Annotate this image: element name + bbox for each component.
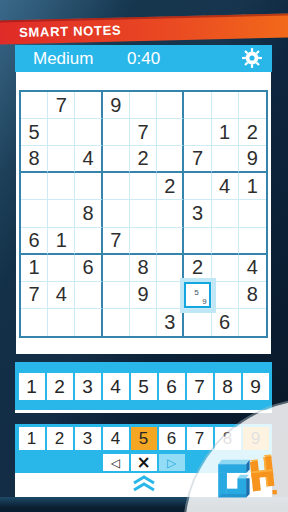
cell-value: 8 bbox=[247, 283, 258, 306]
sudoku-cell-r1c4[interactable]: 9 bbox=[103, 92, 130, 119]
cell-value: 7 bbox=[192, 147, 203, 170]
sudoku-cell-r6c9[interactable] bbox=[239, 228, 266, 255]
sudoku-cell-r9c1[interactable] bbox=[21, 309, 48, 336]
sudoku-cell-r4c1[interactable] bbox=[21, 173, 48, 200]
board-panel: 79571284279241836171682474959836 bbox=[16, 72, 271, 354]
timer-display: 0:40 bbox=[127, 49, 160, 69]
ch-logo-icon bbox=[214, 452, 280, 504]
cell-value: 8 bbox=[82, 202, 93, 225]
sudoku-cell-r2c5[interactable]: 7 bbox=[130, 119, 157, 146]
sudoku-cell-r1c6[interactable] bbox=[157, 92, 184, 119]
sudoku-cell-r5c2[interactable] bbox=[48, 200, 75, 227]
undo-button[interactable]: ◁ bbox=[103, 454, 129, 471]
sudoku-cell-r6c7[interactable] bbox=[184, 228, 211, 255]
cell-value: 8 bbox=[137, 256, 148, 279]
numpad-key-2[interactable]: 2 bbox=[47, 427, 73, 450]
sudoku-cell-r4c2[interactable] bbox=[48, 173, 75, 200]
sudoku-cell-r6c1[interactable]: 6 bbox=[21, 228, 48, 255]
cell-value: 7 bbox=[137, 121, 148, 144]
numpad-key-9[interactable]: 9 bbox=[243, 373, 269, 400]
cell-value: 4 bbox=[56, 283, 67, 306]
difficulty-label: Medium bbox=[33, 49, 93, 69]
sudoku-cell-r7c7[interactable]: 2 bbox=[184, 255, 211, 282]
sudoku-cell-r1c1[interactable] bbox=[21, 92, 48, 119]
sudoku-cell-r7c8[interactable] bbox=[212, 255, 239, 282]
sudoku-cell-r3c2[interactable] bbox=[48, 146, 75, 173]
numpad-key-6[interactable]: 6 bbox=[159, 373, 185, 400]
sudoku-cell-r2c3[interactable] bbox=[75, 119, 102, 146]
pencil-note: 5 bbox=[194, 288, 198, 297]
sudoku-cell-r9c4[interactable] bbox=[103, 309, 130, 336]
sudoku-cell-r3c6[interactable] bbox=[157, 146, 184, 173]
sudoku-cell-r4c9[interactable]: 1 bbox=[239, 173, 266, 200]
sudoku-cell-r3c7[interactable]: 7 bbox=[184, 146, 211, 173]
sudoku-cell-r7c2[interactable] bbox=[48, 255, 75, 282]
sudoku-cell-r9c8[interactable]: 6 bbox=[212, 309, 239, 336]
numpad-key-4[interactable]: 4 bbox=[103, 373, 129, 400]
sudoku-cell-r7c4[interactable] bbox=[103, 255, 130, 282]
expand-chevrons-icon[interactable] bbox=[129, 474, 159, 496]
numpad-key-3[interactable]: 3 bbox=[75, 373, 101, 400]
sudoku-cell-r1c9[interactable] bbox=[239, 92, 266, 119]
cell-value: 8 bbox=[29, 147, 40, 170]
cell-value: 5 bbox=[29, 121, 40, 144]
numpad-key-3[interactable]: 3 bbox=[75, 427, 101, 450]
sudoku-cell-r3c3[interactable]: 4 bbox=[75, 146, 102, 173]
sudoku-cell-r1c7[interactable] bbox=[184, 92, 211, 119]
sudoku-cell-r8c8[interactable] bbox=[212, 282, 239, 309]
sudoku-cell-r8c5[interactable]: 9 bbox=[130, 282, 157, 309]
cell-value: 4 bbox=[219, 175, 230, 198]
app-banner: SMART NOTES bbox=[0, 13, 288, 44]
numpad-key-7[interactable]: 7 bbox=[187, 373, 213, 400]
sudoku-cell-r9c9[interactable] bbox=[239, 309, 266, 336]
cell-value: 6 bbox=[219, 311, 230, 334]
sudoku-cell-r6c8[interactable] bbox=[212, 228, 239, 255]
sudoku-cell-r6c3[interactable] bbox=[75, 228, 102, 255]
sudoku-cell-r5c3[interactable]: 8 bbox=[75, 200, 102, 227]
sudoku-cell-r2c8[interactable]: 1 bbox=[212, 119, 239, 146]
settings-gear-icon[interactable] bbox=[241, 47, 263, 69]
sudoku-cell-r4c8[interactable]: 4 bbox=[212, 173, 239, 200]
sudoku-cell-r5c7[interactable]: 3 bbox=[184, 200, 211, 227]
sudoku-cell-r9c5[interactable] bbox=[130, 309, 157, 336]
sudoku-cell-r2c1[interactable]: 5 bbox=[21, 119, 48, 146]
sudoku-cell-r1c3[interactable] bbox=[75, 92, 102, 119]
app-banner-label: SMART NOTES bbox=[0, 22, 122, 40]
app-screen: SMART NOTES Medium 0:40 795712842 bbox=[0, 0, 288, 512]
cell-value: 1 bbox=[247, 175, 258, 198]
sudoku-grid: 79571284279241836171682474959836 bbox=[19, 90, 268, 338]
sudoku-cell-r5c8[interactable] bbox=[212, 200, 239, 227]
sudoku-cell-r5c1[interactable] bbox=[21, 200, 48, 227]
redo-button[interactable]: ▷ bbox=[159, 454, 185, 471]
sudoku-cell-r5c5[interactable] bbox=[130, 200, 157, 227]
numpad-key-1[interactable]: 1 bbox=[19, 373, 45, 400]
sudoku-cell-r3c4[interactable] bbox=[103, 146, 130, 173]
numpad-key-5[interactable]: 5 bbox=[131, 427, 157, 450]
sudoku-cell-r7c9[interactable]: 4 bbox=[239, 255, 266, 282]
sudoku-cell-r3c5[interactable]: 2 bbox=[130, 146, 157, 173]
sudoku-cell-r8c4[interactable] bbox=[103, 282, 130, 309]
cell-value: 2 bbox=[164, 175, 175, 198]
numpad-key-4[interactable]: 4 bbox=[103, 427, 129, 450]
sudoku-cell-r4c7[interactable] bbox=[184, 173, 211, 200]
sudoku-cell-r8c2[interactable]: 4 bbox=[48, 282, 75, 309]
numpad-key-6[interactable]: 6 bbox=[159, 427, 185, 450]
sudoku-cell-r7c5[interactable]: 8 bbox=[130, 255, 157, 282]
sudoku-cell-r2c2[interactable] bbox=[48, 119, 75, 146]
sudoku-cell-r6c2[interactable]: 1 bbox=[48, 228, 75, 255]
sudoku-cell-r8c7[interactable]: 59 bbox=[184, 282, 211, 309]
sudoku-cell-r3c1[interactable]: 8 bbox=[21, 146, 48, 173]
cell-value: 7 bbox=[29, 283, 40, 306]
cell-value: 9 bbox=[110, 94, 121, 117]
sudoku-cell-r9c6[interactable]: 3 bbox=[157, 309, 184, 336]
sudoku-cell-r2c7[interactable] bbox=[184, 119, 211, 146]
sudoku-cell-r8c6[interactable] bbox=[157, 282, 184, 309]
sudoku-cell-r5c4[interactable] bbox=[103, 200, 130, 227]
sudoku-cell-r5c6[interactable] bbox=[157, 200, 184, 227]
sudoku-cell-r7c3[interactable]: 6 bbox=[75, 255, 102, 282]
sudoku-cell-r2c6[interactable] bbox=[157, 119, 184, 146]
sudoku-cell-r8c3[interactable] bbox=[75, 282, 102, 309]
cell-value: 2 bbox=[192, 256, 203, 279]
numpad-key-2[interactable]: 2 bbox=[47, 373, 73, 400]
cell-value: 2 bbox=[247, 121, 258, 144]
numpad-key-5[interactable]: 5 bbox=[131, 373, 157, 400]
sudoku-cell-r9c3[interactable] bbox=[75, 309, 102, 336]
sudoku-cell-r9c2[interactable] bbox=[48, 309, 75, 336]
sudoku-cell-r4c6[interactable]: 2 bbox=[157, 173, 184, 200]
cell-value: 4 bbox=[82, 147, 93, 170]
sudoku-cell-r3c9[interactable]: 9 bbox=[239, 146, 266, 173]
sudoku-cell-r4c5[interactable] bbox=[130, 173, 157, 200]
sudoku-cell-r6c6[interactable] bbox=[157, 228, 184, 255]
sudoku-cell-r4c3[interactable] bbox=[75, 173, 102, 200]
cell-value: 4 bbox=[247, 256, 258, 279]
sudoku-cell-r7c6[interactable] bbox=[157, 255, 184, 282]
cell-value: 1 bbox=[56, 229, 67, 252]
numpad-top-row: 123456789 bbox=[15, 373, 272, 400]
sudoku-cell-r1c2[interactable]: 7 bbox=[48, 92, 75, 119]
cell-value: 6 bbox=[29, 229, 40, 252]
cell-value: 7 bbox=[56, 94, 67, 117]
sudoku-cell-r6c5[interactable] bbox=[130, 228, 157, 255]
cell-value: 1 bbox=[29, 256, 40, 279]
sudoku-cell-r5c9[interactable] bbox=[239, 200, 266, 227]
sudoku-cell-r1c8[interactable] bbox=[212, 92, 239, 119]
sudoku-cell-r7c1[interactable]: 1 bbox=[21, 255, 48, 282]
numpad-key-8[interactable]: 8 bbox=[215, 373, 241, 400]
sudoku-cell-r2c4[interactable] bbox=[103, 119, 130, 146]
cell-value: 9 bbox=[137, 283, 148, 306]
sudoku-cell-r3c8[interactable] bbox=[212, 146, 239, 173]
cell-value: 1 bbox=[219, 121, 230, 144]
sudoku-cell-r4c4[interactable] bbox=[103, 173, 130, 200]
cell-value: 7 bbox=[110, 229, 121, 252]
cell-value: 6 bbox=[82, 256, 93, 279]
sudoku-cell-r8c9[interactable]: 8 bbox=[239, 282, 266, 309]
sudoku-cell-r6c4[interactable]: 7 bbox=[103, 228, 130, 255]
erase-button[interactable]: × bbox=[131, 454, 157, 471]
sudoku-cell-r2c9[interactable]: 2 bbox=[239, 119, 266, 146]
header-bar: Medium 0:40 bbox=[15, 45, 272, 72]
cell-value: 3 bbox=[164, 311, 175, 334]
numpad-key-7[interactable]: 7 bbox=[187, 427, 213, 450]
cell-value: 3 bbox=[192, 202, 203, 225]
pencil-note: 9 bbox=[202, 297, 206, 306]
sudoku-cell-r9c7[interactable] bbox=[184, 309, 211, 336]
cell-value: 2 bbox=[137, 147, 148, 170]
cell-value: 9 bbox=[247, 147, 258, 170]
sudoku-cell-r1c5[interactable] bbox=[130, 92, 157, 119]
sudoku-cell-r8c1[interactable]: 7 bbox=[21, 282, 48, 309]
numpad-key-1[interactable]: 1 bbox=[19, 427, 45, 450]
numpad-top-panel: 123456789 bbox=[15, 362, 272, 413]
